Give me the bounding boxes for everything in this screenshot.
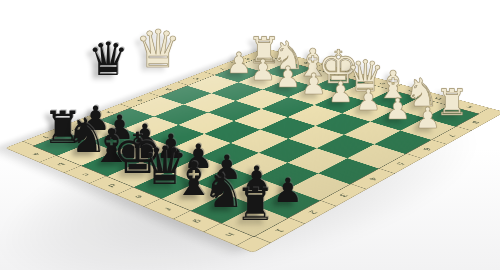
- piece-bR-h1[interactable]: ♜: [235, 182, 275, 227]
- piece-wP-b7[interactable]: ♟: [250, 56, 276, 85]
- piece-wP-f7[interactable]: ♟: [356, 86, 382, 115]
- piece-wP-c7[interactable]: ♟: [275, 63, 301, 92]
- piece-bP-h2[interactable]: ♟: [273, 174, 303, 208]
- piece-wP-h7[interactable]: ♟: [415, 104, 441, 133]
- piece-wP-g7[interactable]: ♟: [385, 95, 411, 124]
- piece-wP-a7[interactable]: ♟: [226, 49, 252, 78]
- piece-wQ-extra-white-queen[interactable]: ♛: [135, 23, 182, 75]
- chess-set-product-photo: abcdefgh abcdefgh 87654321 87654321 ♜♞♝♚…: [0, 0, 500, 270]
- piece-bQ-extra-black-queen[interactable]: ♛: [87, 36, 128, 82]
- piece-wP-e7[interactable]: ♟: [328, 78, 354, 107]
- piece-wP-d7[interactable]: ♟: [301, 70, 327, 99]
